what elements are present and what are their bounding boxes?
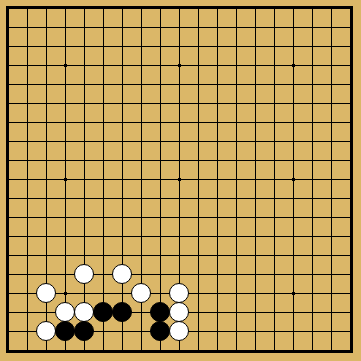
white-stone[interactable]: ●	[169, 321, 189, 341]
star-point	[292, 64, 295, 67]
star-point	[64, 178, 67, 181]
black-stone[interactable]: ●	[112, 302, 132, 322]
go-board[interactable]: ●●●●●●●●●●●●●●●●	[8, 8, 351, 351]
star-point	[178, 178, 181, 181]
star-point	[292, 292, 295, 295]
white-stone[interactable]: ●	[36, 321, 56, 341]
go-diagram: ●●●●●●●●●●●●●●●●	[0, 0, 361, 361]
black-stone[interactable]: ●	[74, 321, 94, 341]
white-stone[interactable]: ●	[55, 302, 75, 322]
star-point	[292, 178, 295, 181]
white-stone[interactable]: ●	[112, 264, 132, 284]
white-stone[interactable]: ●	[74, 264, 94, 284]
star-point	[64, 292, 67, 295]
black-stone[interactable]: ●	[150, 321, 170, 341]
black-stone[interactable]: ●	[93, 302, 113, 322]
white-stone[interactable]: ●	[131, 283, 151, 303]
black-stone[interactable]: ●	[150, 302, 170, 322]
star-point	[64, 64, 67, 67]
star-point	[178, 64, 181, 67]
white-stone[interactable]: ●	[169, 283, 189, 303]
white-stone[interactable]: ●	[74, 302, 94, 322]
white-stone[interactable]: ●	[36, 283, 56, 303]
white-stone[interactable]: ●	[169, 302, 189, 322]
black-stone[interactable]: ●	[55, 321, 75, 341]
